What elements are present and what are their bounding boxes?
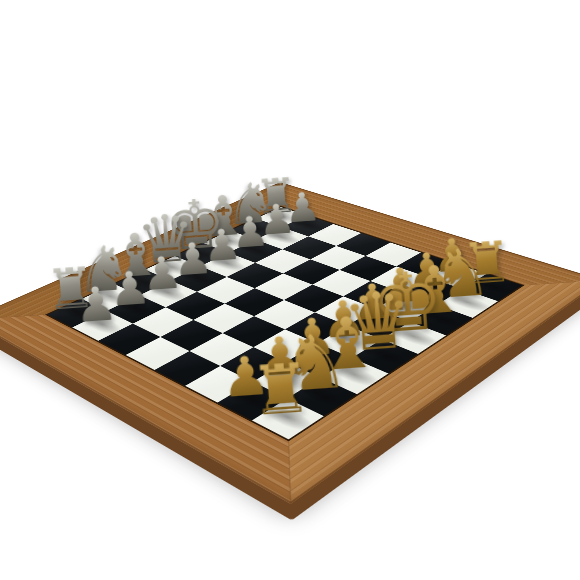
piece-shadow [231,240,281,260]
piece-shadow [203,253,253,274]
camera-lean: ♜♟♟♜♞♟♟♞♝♟♟♝♚♟♟♚♛♟♟♛♝♟♟♝♞♟♟♞♜♟♟♜ [0,0,580,580]
chess-board: ♜♟♟♜♞♟♟♞♝♟♟♝♚♟♟♚♛♟♟♛♝♟♟♝♞♟♟♞♜♟♟♜ [0,182,580,504]
piece-shadow [255,400,322,436]
product-photo: ♜♟♟♜♞♟♟♞♝♟♟♝♚♟♟♚♛♟♟♛♝♟♟♝♞♟♟♞♜♟♟♜ [0,0,580,580]
perspective-scene: ♜♟♟♜♞♟♟♞♝♟♟♝♚♟♟♚♛♟♟♛♝♟♟♝♞♟♟♞♜♟♟♜ [0,0,580,580]
piece-shadow [289,379,355,413]
piece-shadow [383,323,446,351]
piece-shadow [283,216,332,234]
